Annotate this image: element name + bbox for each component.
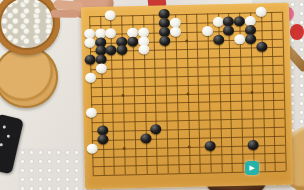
hoshi-point — [187, 145, 190, 148]
stone-white — [105, 28, 116, 38]
stone-black — [247, 139, 258, 149]
hoshi-point — [250, 90, 253, 93]
stone-white — [170, 26, 181, 36]
stone-black — [140, 133, 151, 143]
stone-black — [106, 45, 117, 55]
stone-black — [150, 124, 161, 134]
hoshi-point — [186, 92, 189, 95]
go-grid — [89, 12, 286, 175]
stone-white — [86, 108, 97, 118]
stone-white — [138, 45, 149, 55]
hoshi-point — [122, 93, 125, 96]
video-frame: ▶ — [0, 0, 304, 190]
stone-black — [234, 16, 245, 26]
stone-white — [87, 143, 98, 153]
stone-black — [97, 134, 108, 144]
stone-black — [159, 35, 170, 45]
stone-white — [105, 10, 116, 20]
go-board — [81, 3, 293, 190]
stone-white — [234, 34, 245, 44]
stone-black — [245, 33, 256, 43]
stone-black — [85, 55, 96, 65]
hand-finger — [51, 9, 79, 17]
stone-white — [202, 26, 213, 36]
white-stones-in-bowl — [1, 0, 53, 48]
stone-white — [212, 16, 223, 26]
stone-black — [116, 45, 127, 55]
stone-black — [127, 36, 138, 46]
stone-white — [84, 37, 95, 47]
stone-white — [255, 7, 266, 17]
stone-black — [223, 25, 234, 35]
hoshi-point — [185, 39, 188, 42]
stone-black — [213, 34, 224, 44]
stone-white — [85, 72, 96, 82]
play-button-overlay[interactable]: ▶ — [245, 161, 259, 175]
toy-red — [290, 24, 304, 40]
stone-black — [204, 140, 215, 150]
stone-white — [95, 63, 106, 73]
stone-black — [256, 42, 267, 52]
hoshi-point — [123, 146, 126, 149]
